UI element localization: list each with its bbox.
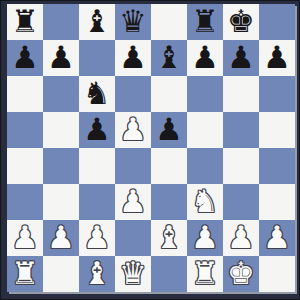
black-queen-d8[interactable]: ♛ bbox=[119, 6, 147, 37]
black-bishop-e7[interactable]: ♝ bbox=[155, 42, 183, 73]
white-queen-d1[interactable]: ♛ bbox=[119, 258, 147, 289]
board-frame: ♜♝♛♜♚♟♟♟♝♟♟♟♞♟♟♟♟♞♟♟♟♝♟♟♟♜♝♛♜♚ bbox=[0, 0, 300, 300]
black-rook-f8[interactable]: ♜ bbox=[191, 6, 219, 37]
square-b5[interactable] bbox=[43, 112, 79, 148]
square-e8[interactable] bbox=[151, 4, 187, 40]
white-pawn-g2[interactable]: ♟ bbox=[227, 222, 255, 253]
square-a4[interactable] bbox=[7, 148, 43, 184]
square-a3[interactable] bbox=[7, 184, 43, 220]
square-f7[interactable]: ♟ bbox=[187, 40, 223, 76]
square-g5[interactable] bbox=[223, 112, 259, 148]
square-g7[interactable]: ♟ bbox=[223, 40, 259, 76]
black-pawn-g7[interactable]: ♟ bbox=[227, 42, 255, 73]
square-h6[interactable] bbox=[259, 76, 295, 112]
square-e3[interactable] bbox=[151, 184, 187, 220]
square-a2[interactable]: ♟ bbox=[7, 220, 43, 256]
square-d7[interactable]: ♟ bbox=[115, 40, 151, 76]
square-c2[interactable]: ♟ bbox=[79, 220, 115, 256]
square-f8[interactable]: ♜ bbox=[187, 4, 223, 40]
square-e2[interactable]: ♝ bbox=[151, 220, 187, 256]
black-rook-a8[interactable]: ♜ bbox=[11, 6, 39, 37]
white-pawn-c2[interactable]: ♟ bbox=[83, 222, 111, 253]
square-a1[interactable]: ♜ bbox=[7, 256, 43, 292]
square-g4[interactable] bbox=[223, 148, 259, 184]
square-c4[interactable] bbox=[79, 148, 115, 184]
white-king-g1[interactable]: ♚ bbox=[227, 258, 255, 289]
black-king-g8[interactable]: ♚ bbox=[227, 6, 255, 37]
white-knight-f3[interactable]: ♞ bbox=[191, 186, 219, 217]
square-e7[interactable]: ♝ bbox=[151, 40, 187, 76]
black-pawn-c5[interactable]: ♟ bbox=[83, 114, 111, 145]
square-c1[interactable]: ♝ bbox=[79, 256, 115, 292]
black-pawn-f7[interactable]: ♟ bbox=[191, 42, 219, 73]
black-pawn-b7[interactable]: ♟ bbox=[47, 42, 75, 73]
square-b8[interactable] bbox=[43, 4, 79, 40]
square-c5[interactable]: ♟ bbox=[79, 112, 115, 148]
square-h2[interactable]: ♟ bbox=[259, 220, 295, 256]
black-bishop-c8[interactable]: ♝ bbox=[83, 6, 111, 37]
square-b1[interactable] bbox=[43, 256, 79, 292]
black-pawn-a7[interactable]: ♟ bbox=[11, 42, 39, 73]
square-d6[interactable] bbox=[115, 76, 151, 112]
square-a6[interactable] bbox=[7, 76, 43, 112]
white-pawn-h2[interactable]: ♟ bbox=[263, 222, 291, 253]
white-rook-f1[interactable]: ♜ bbox=[191, 258, 219, 289]
white-bishop-c1[interactable]: ♝ bbox=[83, 258, 111, 289]
black-knight-c6[interactable]: ♞ bbox=[83, 78, 111, 109]
square-e5[interactable]: ♟ bbox=[151, 112, 187, 148]
square-h1[interactable] bbox=[259, 256, 295, 292]
square-f3[interactable]: ♞ bbox=[187, 184, 223, 220]
square-f4[interactable] bbox=[187, 148, 223, 184]
square-g3[interactable] bbox=[223, 184, 259, 220]
square-d1[interactable]: ♛ bbox=[115, 256, 151, 292]
square-h7[interactable]: ♟ bbox=[259, 40, 295, 76]
square-c7[interactable] bbox=[79, 40, 115, 76]
square-c6[interactable]: ♞ bbox=[79, 76, 115, 112]
square-h3[interactable] bbox=[259, 184, 295, 220]
square-d4[interactable] bbox=[115, 148, 151, 184]
white-pawn-d5[interactable]: ♟ bbox=[119, 114, 147, 145]
square-d5[interactable]: ♟ bbox=[115, 112, 151, 148]
square-e4[interactable] bbox=[151, 148, 187, 184]
square-g1[interactable]: ♚ bbox=[223, 256, 259, 292]
square-e6[interactable] bbox=[151, 76, 187, 112]
square-g8[interactable]: ♚ bbox=[223, 4, 259, 40]
square-b6[interactable] bbox=[43, 76, 79, 112]
square-f5[interactable] bbox=[187, 112, 223, 148]
square-c8[interactable]: ♝ bbox=[79, 4, 115, 40]
square-a5[interactable] bbox=[7, 112, 43, 148]
white-pawn-b2[interactable]: ♟ bbox=[47, 222, 75, 253]
square-h4[interactable] bbox=[259, 148, 295, 184]
square-d2[interactable] bbox=[115, 220, 151, 256]
white-rook-a1[interactable]: ♜ bbox=[11, 258, 39, 289]
black-pawn-e5[interactable]: ♟ bbox=[155, 114, 183, 145]
white-bishop-e2[interactable]: ♝ bbox=[155, 222, 183, 253]
square-d8[interactable]: ♛ bbox=[115, 4, 151, 40]
square-b3[interactable] bbox=[43, 184, 79, 220]
white-pawn-d3[interactable]: ♟ bbox=[119, 186, 147, 217]
square-b2[interactable]: ♟ bbox=[43, 220, 79, 256]
square-b7[interactable]: ♟ bbox=[43, 40, 79, 76]
square-a7[interactable]: ♟ bbox=[7, 40, 43, 76]
white-pawn-f2[interactable]: ♟ bbox=[191, 222, 219, 253]
black-pawn-h7[interactable]: ♟ bbox=[263, 42, 291, 73]
square-f2[interactable]: ♟ bbox=[187, 220, 223, 256]
white-pawn-a2[interactable]: ♟ bbox=[11, 222, 39, 253]
square-f1[interactable]: ♜ bbox=[187, 256, 223, 292]
square-f6[interactable] bbox=[187, 76, 223, 112]
square-h8[interactable] bbox=[259, 4, 295, 40]
square-h5[interactable] bbox=[259, 112, 295, 148]
square-e1[interactable] bbox=[151, 256, 187, 292]
square-b4[interactable] bbox=[43, 148, 79, 184]
square-d3[interactable]: ♟ bbox=[115, 184, 151, 220]
square-a8[interactable]: ♜ bbox=[7, 4, 43, 40]
chess-board: ♜♝♛♜♚♟♟♟♝♟♟♟♞♟♟♟♟♞♟♟♟♝♟♟♟♜♝♛♜♚ bbox=[7, 4, 295, 292]
black-pawn-d7[interactable]: ♟ bbox=[119, 42, 147, 73]
square-g6[interactable] bbox=[223, 76, 259, 112]
square-g2[interactable]: ♟ bbox=[223, 220, 259, 256]
square-c3[interactable] bbox=[79, 184, 115, 220]
